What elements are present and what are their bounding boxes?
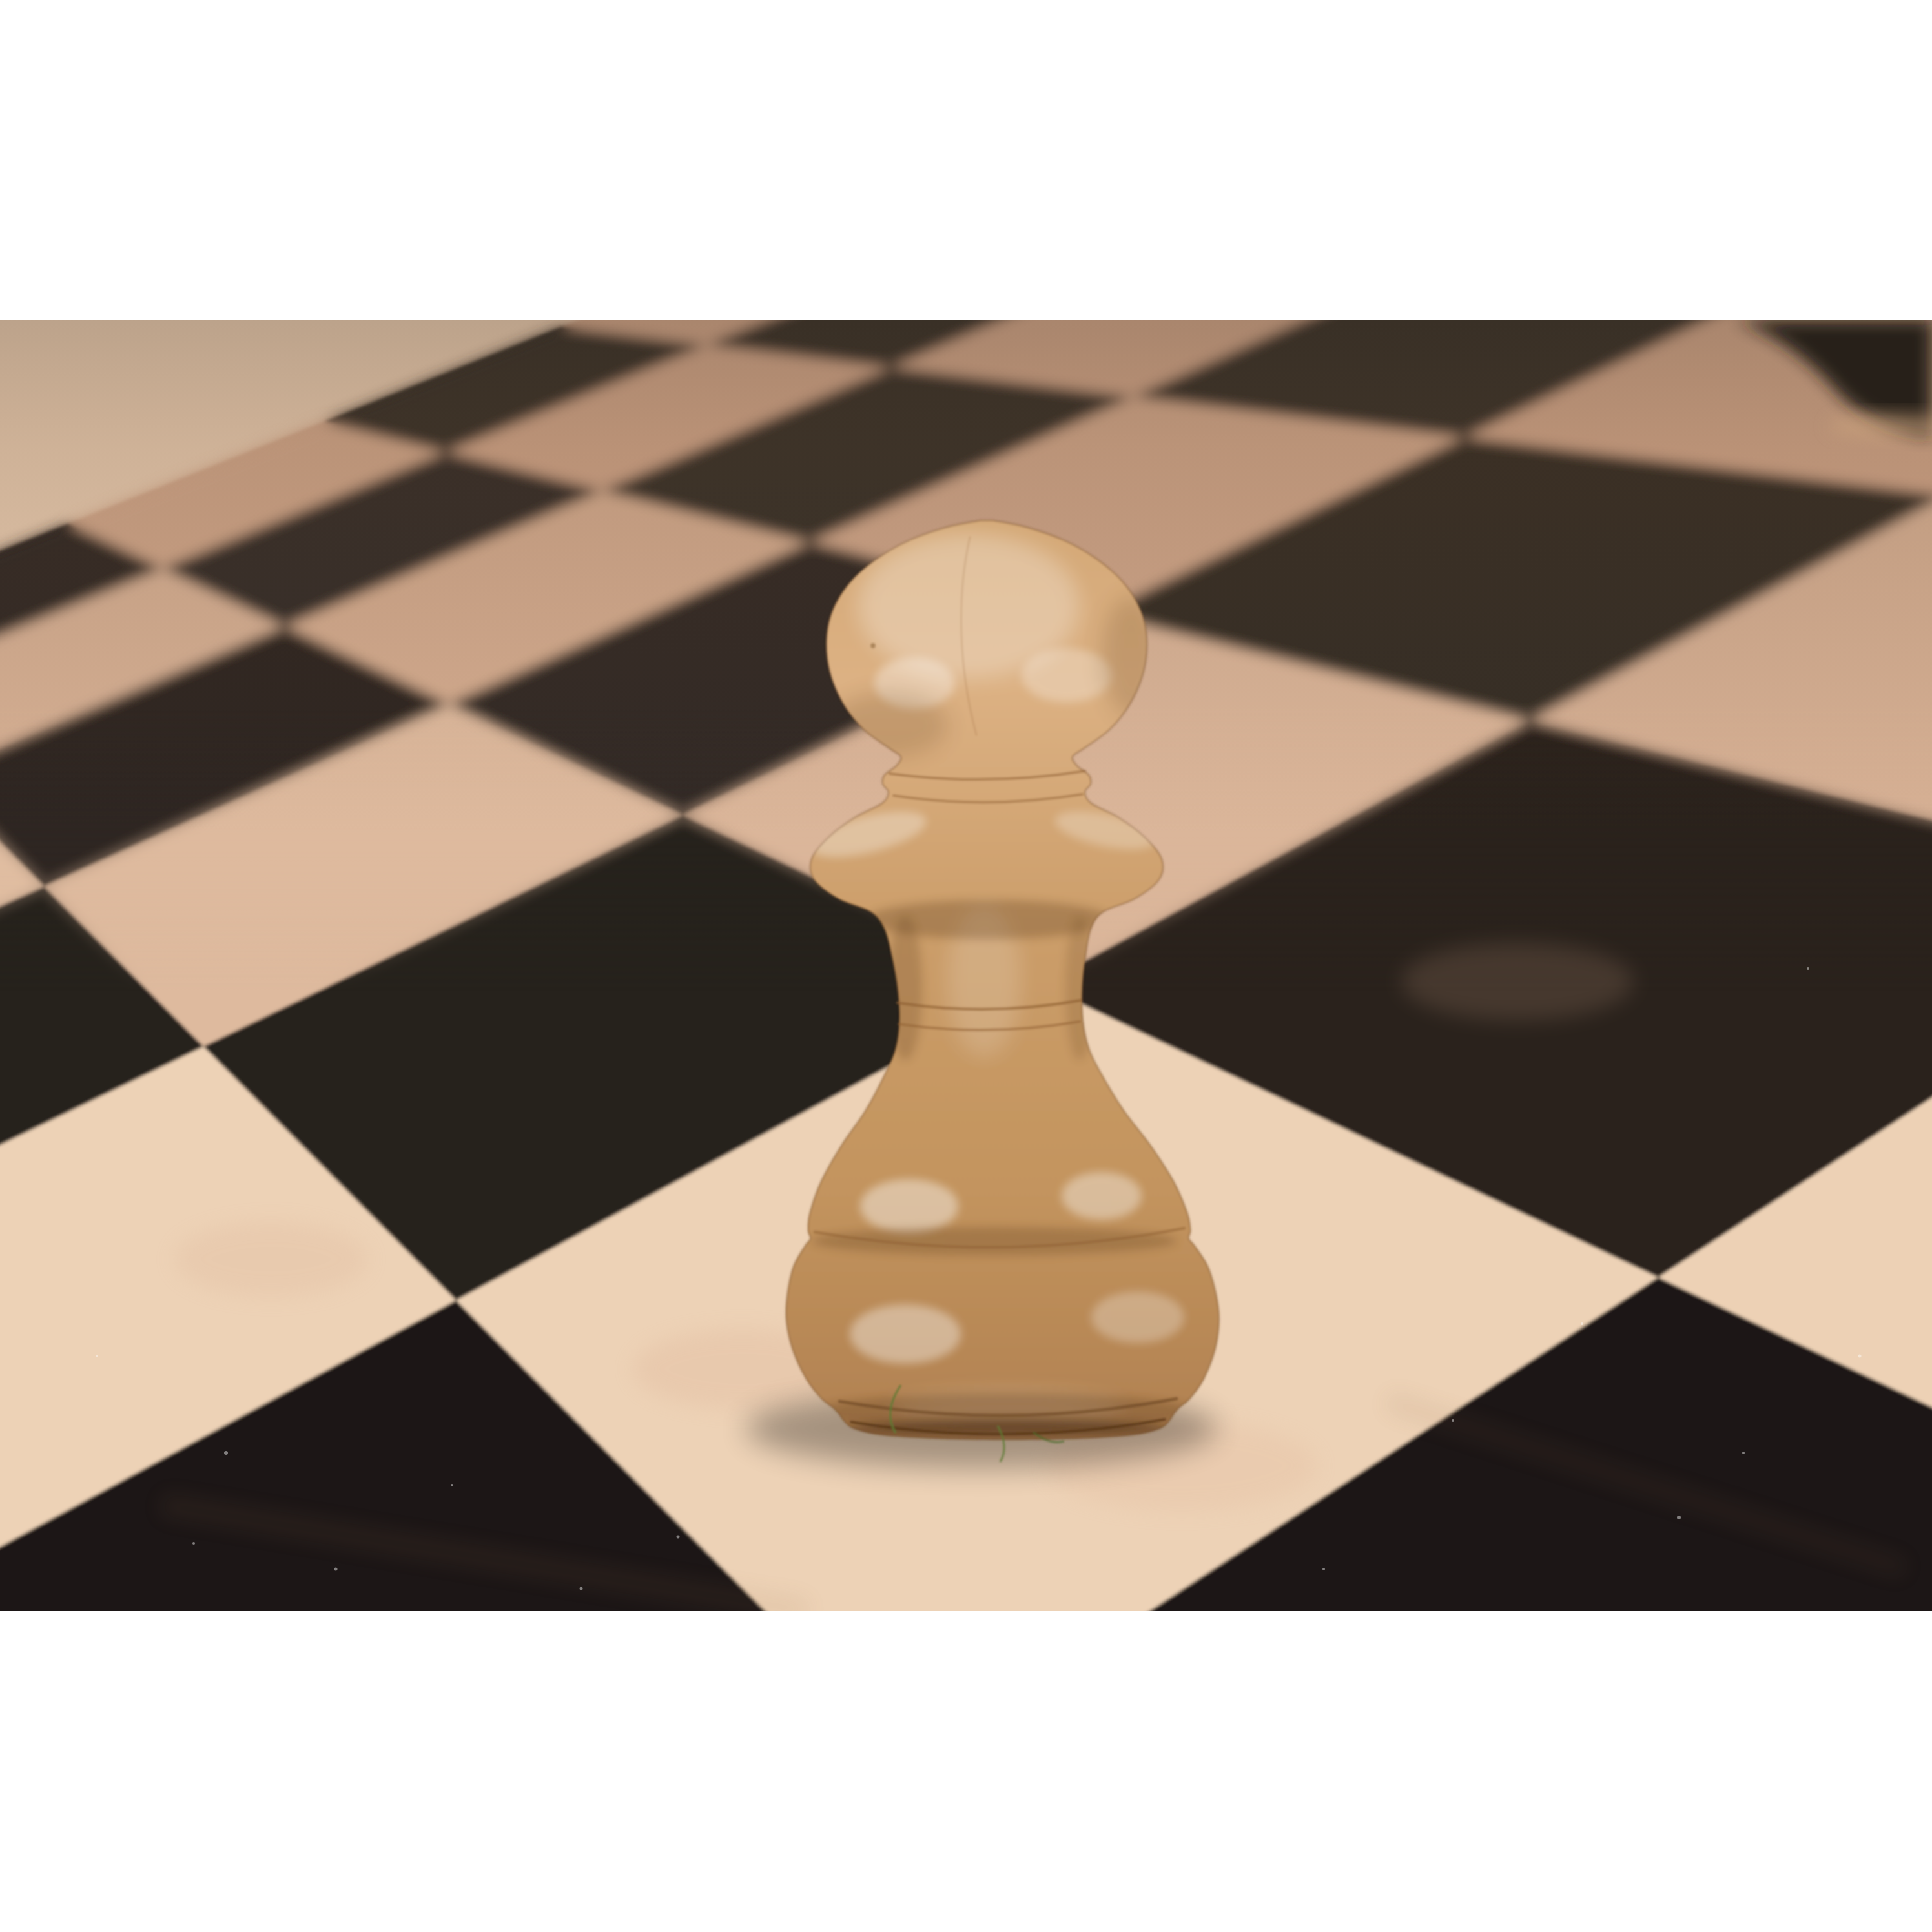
top-white-margin [0, 0, 1932, 320]
dust-speck [677, 1536, 680, 1539]
dust-speck [1742, 1452, 1745, 1454]
dust-speck [1581, 1322, 1583, 1325]
chessboard-svg [0, 320, 1932, 1611]
specular-highlight [1091, 1291, 1184, 1343]
product-photo: ♙ [0, 0, 1932, 1932]
specular-highlight [1022, 648, 1112, 703]
dust-speck [580, 1587, 583, 1590]
dust-speck [1807, 967, 1809, 970]
bottom-white-margin [0, 1611, 1932, 1932]
dust-speck [1677, 1516, 1681, 1519]
photo-area: ♙ [0, 320, 1932, 1611]
dust-speck [451, 1484, 453, 1486]
dust-speck [224, 1451, 228, 1455]
dust-speck [1322, 1568, 1325, 1570]
dust-speck [192, 1542, 195, 1545]
dust-speck [96, 1355, 98, 1357]
wood-pore [870, 643, 876, 648]
dust-speck [1858, 1355, 1862, 1358]
dust-speck [1452, 1419, 1454, 1422]
specular-highlight [850, 1304, 961, 1364]
dust-speck [334, 1568, 338, 1571]
specular-highlight [1062, 1172, 1142, 1220]
specular-highlight [860, 1179, 958, 1233]
